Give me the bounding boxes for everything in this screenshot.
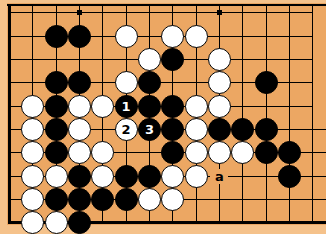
black-stone [45,25,68,48]
white-stone [45,165,68,188]
white-stone: 2 [115,118,138,141]
black-stone [255,118,278,141]
white-stone [138,48,161,71]
white-stone [45,211,68,234]
white-stone [138,188,161,211]
black-stone [45,141,68,164]
white-stone [91,165,114,188]
white-stone [161,165,184,188]
black-stone [208,118,231,141]
black-stone [138,165,161,188]
black-stone [278,141,301,164]
black-stone [68,165,91,188]
grid-line-v [312,4,313,224]
black-stone [231,118,254,141]
white-stone [208,141,231,164]
white-stone [185,141,208,164]
white-stone [185,25,208,48]
black-stone [45,95,68,118]
white-stone [115,25,138,48]
white-stone [68,141,91,164]
white-stone [161,25,184,48]
black-stone [255,71,278,94]
white-stone [161,188,184,211]
move-number-label: 1 [122,100,131,113]
board-left-edge-line [8,4,11,225]
white-stone [208,95,231,118]
white-stone [21,95,44,118]
grid-line-v [289,4,290,224]
white-stone [91,95,114,118]
white-stone [21,165,44,188]
black-stone [161,118,184,141]
black-stone: 3 [138,118,161,141]
move-number-label: 3 [145,123,154,136]
white-stone [115,71,138,94]
white-stone [21,211,44,234]
black-stone [45,188,68,211]
point-label-a: a [210,169,228,184]
grid-line-h [9,12,314,13]
black-stone [45,71,68,94]
black-stone [115,188,138,211]
black-stone [278,165,301,188]
white-stone [208,71,231,94]
grid-line-v [242,4,243,224]
white-stone [185,165,208,188]
move-number-label: 2 [122,123,131,136]
black-stone [68,188,91,211]
go-board-diagram: 123a [0,0,326,234]
white-stone [185,118,208,141]
white-stone [21,188,44,211]
white-stone [185,95,208,118]
black-stone [45,118,68,141]
black-stone [115,165,138,188]
grid-line-v [266,4,267,224]
black-stone [161,95,184,118]
black-stone [138,95,161,118]
white-stone [68,95,91,118]
black-stone [91,188,114,211]
black-stone: 1 [115,95,138,118]
white-stone [208,48,231,71]
black-stone [255,141,278,164]
black-stone [161,48,184,71]
hoshi-point [77,10,82,15]
white-stone [68,118,91,141]
black-stone [138,71,161,94]
black-stone [68,211,91,234]
hoshi-point [217,10,222,15]
black-stone [68,25,91,48]
